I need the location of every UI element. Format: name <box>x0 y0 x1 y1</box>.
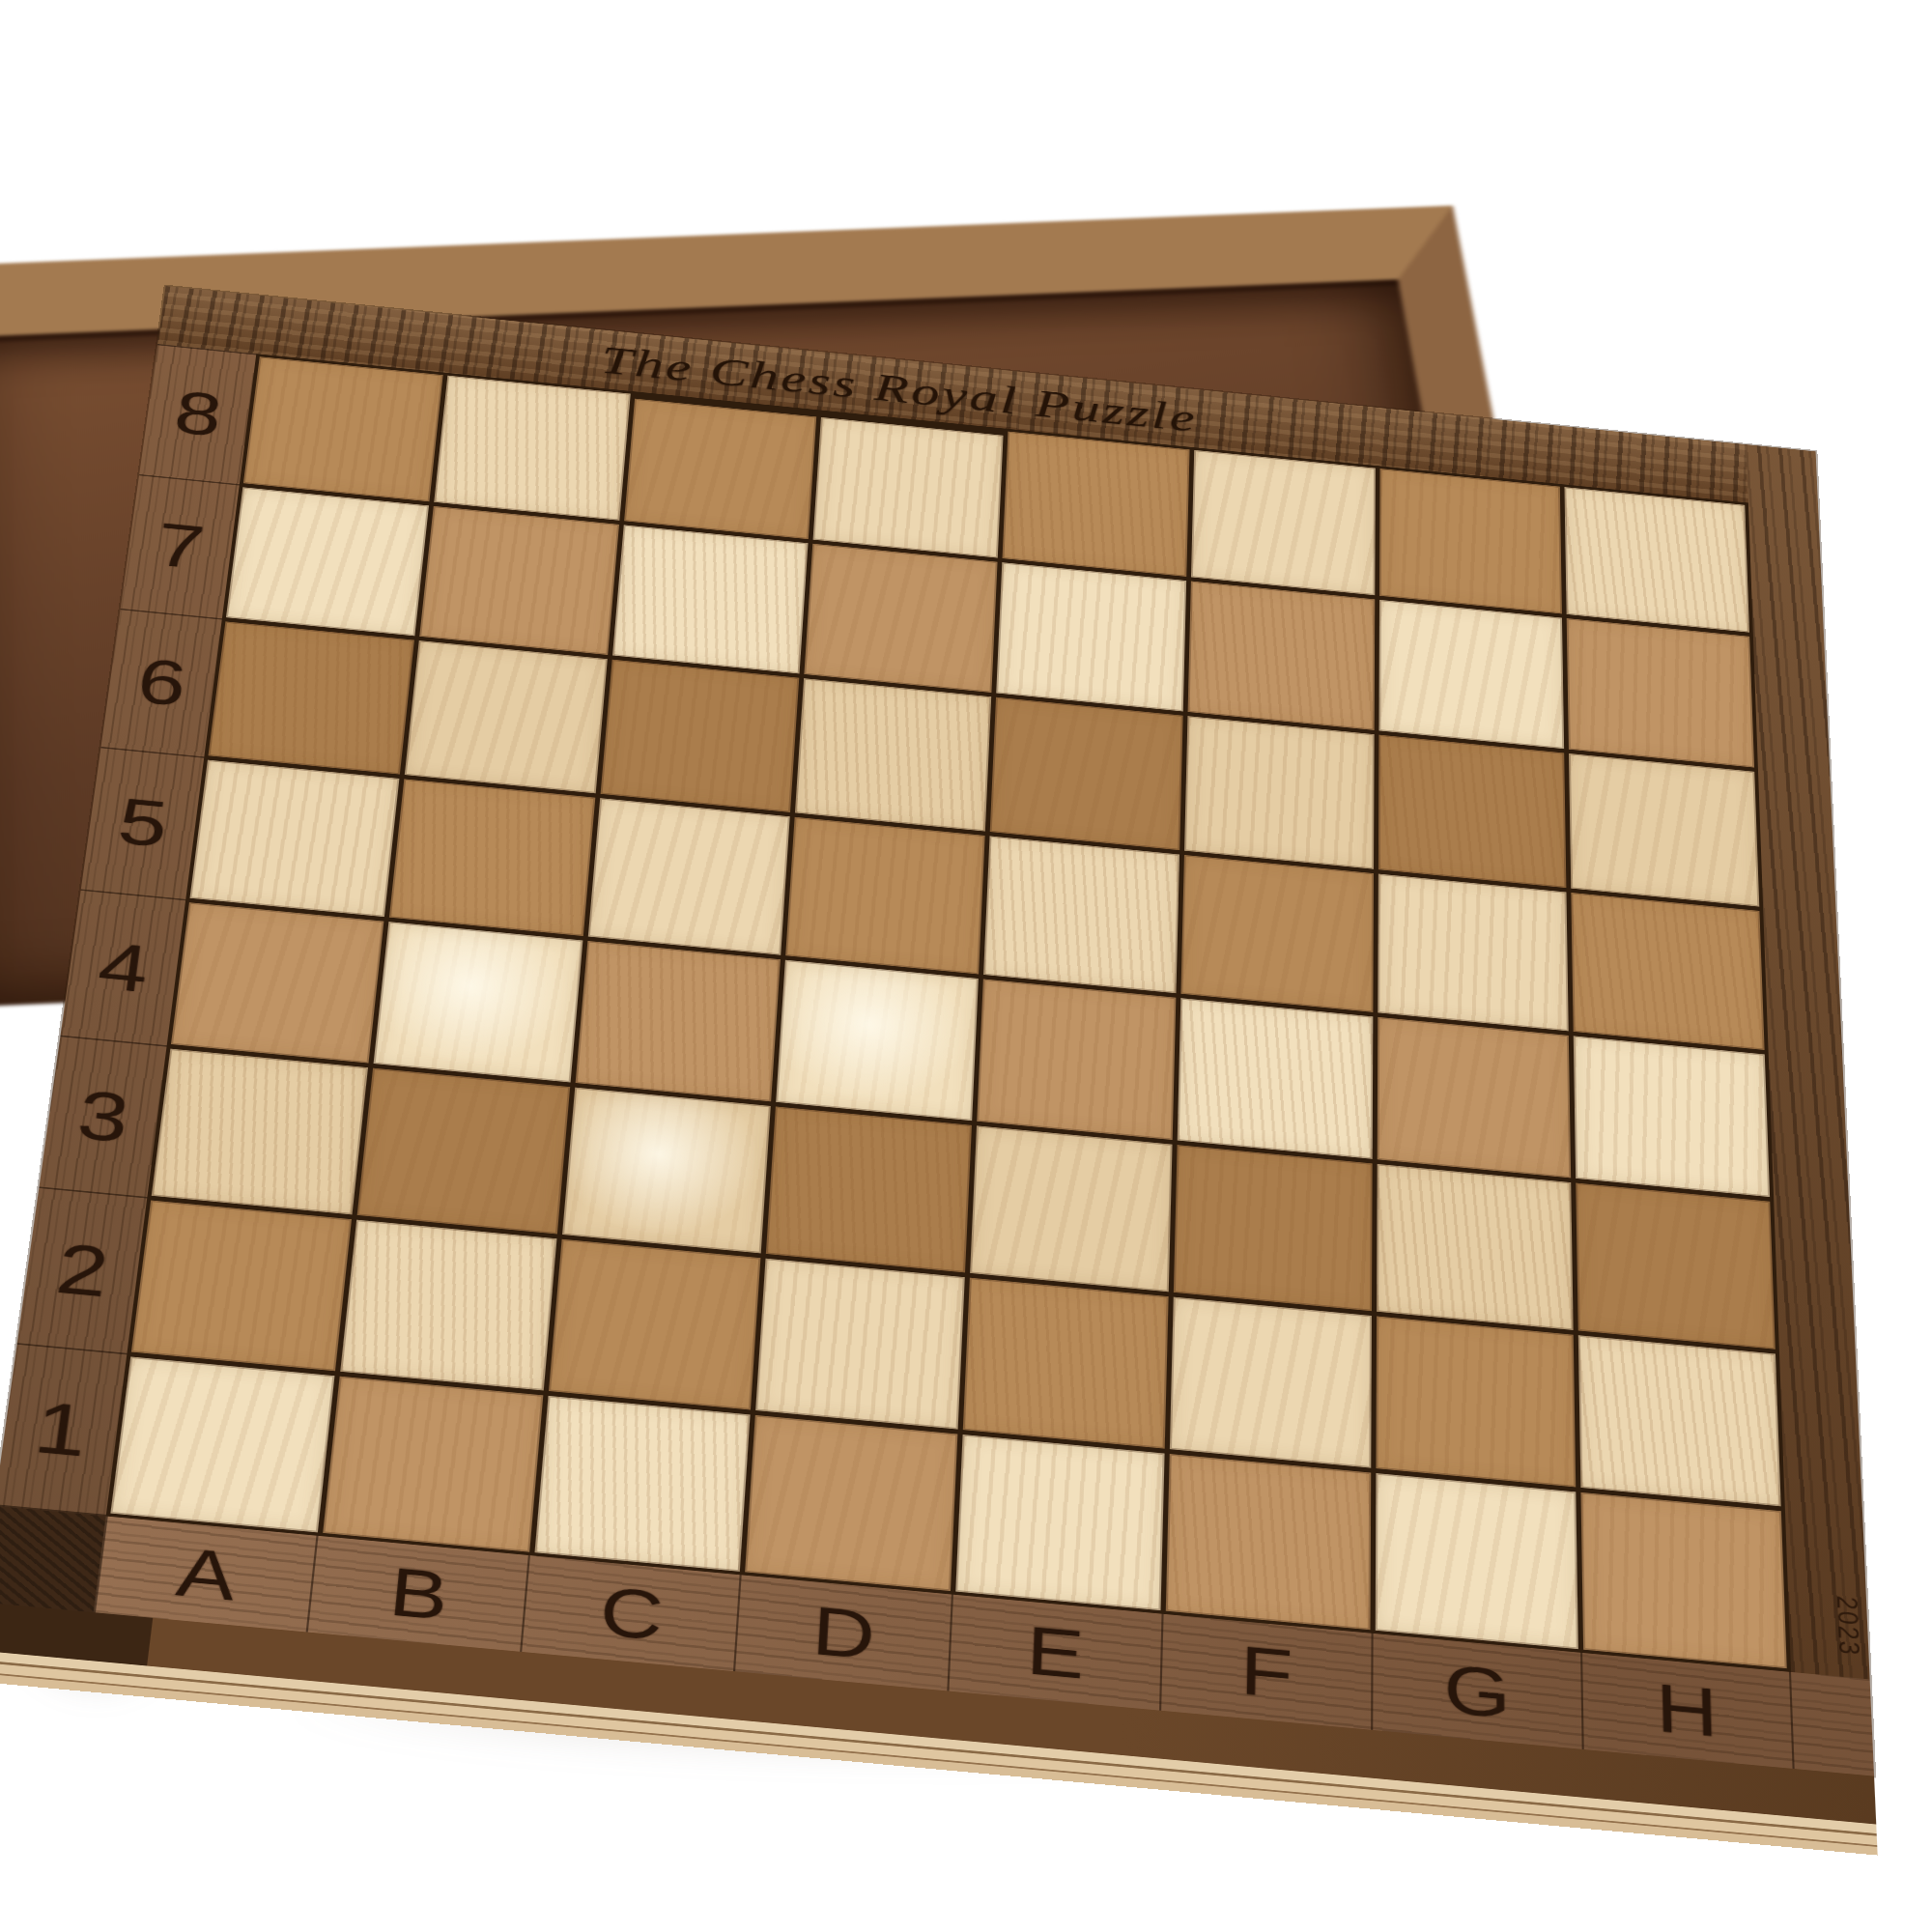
square-b1 <box>323 1377 543 1552</box>
square-e5 <box>983 836 1179 993</box>
square-b7 <box>419 506 618 655</box>
square-f3 <box>1174 1145 1373 1311</box>
square-e1 <box>955 1435 1164 1610</box>
square-a6 <box>209 621 414 774</box>
square-e8 <box>1003 432 1190 577</box>
square-f8 <box>1191 450 1376 595</box>
square-a5 <box>190 759 400 916</box>
square-d6 <box>795 678 991 831</box>
rank-label-6: 6 <box>100 610 221 757</box>
square-f7 <box>1187 581 1374 729</box>
square-d7 <box>805 544 998 693</box>
square-g3 <box>1377 1164 1574 1330</box>
square-g5 <box>1378 873 1569 1031</box>
square-d1 <box>745 1415 957 1591</box>
square-a3 <box>152 1049 368 1215</box>
rank-label-5: 5 <box>81 748 205 900</box>
square-g7 <box>1378 600 1564 749</box>
square-a8 <box>243 356 443 501</box>
rank-label-1: 1 <box>0 1345 127 1517</box>
square-a7 <box>226 487 429 636</box>
board-frame: The Chess Royal Puzzle 2023 87654321 ABC… <box>0 286 1874 1776</box>
square-g2 <box>1376 1317 1577 1488</box>
square-b8 <box>434 376 630 521</box>
square-c5 <box>587 798 790 955</box>
square-f1 <box>1166 1454 1371 1630</box>
corner-block <box>0 1506 106 1612</box>
square-h6 <box>1569 753 1759 907</box>
square-e7 <box>996 562 1186 711</box>
square-b2 <box>340 1220 556 1391</box>
square-b4 <box>373 922 582 1083</box>
square-a4 <box>171 902 384 1064</box>
square-c6 <box>600 659 799 811</box>
square-b6 <box>405 640 608 793</box>
square-e6 <box>990 697 1183 850</box>
chess-board: The Chess Royal Puzzle 2023 87654321 ABC… <box>0 286 1878 1855</box>
square-f6 <box>1184 716 1374 868</box>
square-d4 <box>776 959 978 1121</box>
square-c7 <box>612 525 809 673</box>
square-a1 <box>110 1357 334 1533</box>
square-h7 <box>1567 618 1754 767</box>
square-h1 <box>1581 1492 1787 1668</box>
square-d8 <box>813 417 1004 558</box>
square-c8 <box>624 399 817 540</box>
rank-label-3: 3 <box>39 1037 166 1198</box>
square-c4 <box>575 941 781 1102</box>
square-b3 <box>356 1068 569 1235</box>
square-d2 <box>755 1259 964 1430</box>
square-g4 <box>1377 1016 1571 1178</box>
square-h8 <box>1565 487 1749 632</box>
square-f4 <box>1177 998 1372 1159</box>
edge-mark-year: 2023 <box>1833 1595 1865 1658</box>
square-d5 <box>785 816 984 974</box>
square-e3 <box>970 1126 1172 1293</box>
square-g8 <box>1379 469 1563 613</box>
rank-label-4: 4 <box>60 891 185 1047</box>
board-grid <box>106 354 1791 1672</box>
square-h5 <box>1572 893 1765 1050</box>
scene: The Chess Royal Puzzle 2023 87654321 ABC… <box>0 0 1932 1932</box>
square-f5 <box>1180 855 1373 1012</box>
rank-label-8: 8 <box>139 344 256 485</box>
rank-label-2: 2 <box>17 1188 148 1354</box>
square-f2 <box>1170 1297 1372 1468</box>
square-b5 <box>389 779 595 936</box>
square-c2 <box>548 1239 760 1410</box>
square-c1 <box>534 1396 751 1572</box>
square-a2 <box>131 1201 352 1372</box>
square-g6 <box>1378 734 1566 888</box>
square-h3 <box>1576 1183 1775 1350</box>
square-h4 <box>1574 1036 1770 1197</box>
square-e2 <box>963 1278 1169 1449</box>
square-e4 <box>977 979 1176 1140</box>
rank-label-7: 7 <box>120 475 239 619</box>
square-h2 <box>1578 1335 1781 1506</box>
square-c3 <box>562 1088 772 1254</box>
square-d3 <box>766 1107 972 1273</box>
square-g1 <box>1375 1473 1578 1649</box>
